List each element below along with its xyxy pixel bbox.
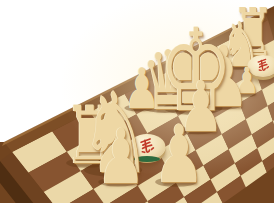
piece-pawn-b2[interactable]: ♟ — [96, 119, 145, 195]
chess-photo-scene: ♜♞♟♛♚♟♞♜♟♟♟♟ — [0, 0, 274, 203]
piece-pawn-d2[interactable]: ♟ — [153, 115, 205, 195]
